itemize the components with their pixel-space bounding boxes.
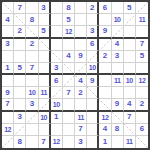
cell-r12c12[interactable] — [136, 136, 148, 148]
cell-r5c4[interactable] — [39, 51, 51, 63]
cell-r12c9[interactable]: 1 — [99, 136, 111, 148]
cell-r3c4[interactable]: 5 — [39, 26, 51, 38]
cell-r12c5[interactable]: 12 — [51, 136, 63, 148]
cell-r7c3[interactable] — [26, 75, 38, 87]
cell-r6c5[interactable]: 3 — [51, 63, 63, 75]
cell-r5c8[interactable] — [87, 51, 99, 63]
cell-r10c7[interactable]: 11 — [75, 112, 87, 124]
cell-r7c10[interactable]: 11 — [112, 75, 124, 87]
cell-r2c10[interactable]: 10 — [112, 14, 124, 26]
cell-r3c6[interactable]: 12 — [63, 26, 75, 38]
cell-r9c4[interactable] — [39, 99, 51, 111]
cell-r1c5[interactable] — [51, 2, 63, 14]
cell-r12c3[interactable] — [26, 136, 38, 148]
cell-r1c3[interactable] — [26, 2, 38, 14]
cell-r7c2[interactable] — [14, 75, 26, 87]
cell-r6c6[interactable] — [63, 63, 75, 75]
cell-r4c9[interactable] — [99, 39, 111, 51]
cell-r10c2[interactable]: 3 — [14, 112, 26, 124]
cell-r4c3[interactable]: 2 — [26, 39, 38, 51]
cell-r12c10[interactable] — [112, 136, 124, 148]
cell-r3c2[interactable]: 2 — [14, 26, 26, 38]
cell-r5c12[interactable]: 5 — [136, 51, 148, 63]
cell-r11c1[interactable]: 12 — [2, 124, 14, 136]
cell-r3c12[interactable] — [136, 26, 148, 38]
cell-r11c5[interactable] — [51, 124, 63, 136]
cell-r1c6[interactable]: 8 — [63, 2, 75, 14]
cell-r5c6[interactable]: 4 — [63, 51, 75, 63]
cell-r11c12[interactable]: 6 — [136, 124, 148, 136]
cell-r8c5[interactable] — [51, 87, 63, 99]
cell-r12c6[interactable] — [63, 136, 75, 148]
cell-r3c9[interactable]: 9 — [99, 26, 111, 38]
cell-r12c1[interactable] — [2, 136, 14, 148]
cell-r10c5[interactable]: 1 — [51, 112, 63, 124]
cell-r4c7[interactable] — [75, 39, 87, 51]
cell-r11c4[interactable] — [39, 124, 51, 136]
cell-r9c6[interactable] — [63, 99, 75, 111]
cell-r9c3[interactable]: 3 — [26, 99, 38, 111]
cell-r12c2[interactable]: 8 — [14, 136, 26, 148]
cell-r9c11[interactable]: 4 — [124, 99, 136, 111]
cell-r10c12[interactable] — [136, 112, 148, 124]
cell-r12c4[interactable]: 7 — [39, 136, 51, 148]
cell-r4c12[interactable]: 7 — [136, 39, 148, 51]
cell-r7c7[interactable]: 4 — [75, 75, 87, 87]
cell-r9c2[interactable] — [14, 99, 26, 111]
cell-r7c6[interactable] — [63, 75, 75, 87]
cell-r8c3[interactable]: 10 — [26, 87, 38, 99]
cell-r1c2[interactable]: 7 — [14, 2, 26, 14]
cell-r6c12[interactable] — [136, 63, 148, 75]
cell-r6c2[interactable]: 5 — [14, 63, 26, 75]
cell-r8c2[interactable] — [14, 87, 26, 99]
cell-r10c10[interactable] — [112, 112, 124, 124]
cell-r7c5[interactable]: 6 — [51, 75, 63, 87]
cell-r3c5[interactable] — [51, 26, 63, 38]
cell-r7c11[interactable]: 10 — [124, 75, 136, 87]
cell-r3c3[interactable] — [26, 26, 38, 38]
cell-r8c7[interactable]: 2 — [75, 87, 87, 99]
cell-r5c1[interactable] — [2, 51, 14, 63]
cell-r2c9[interactable] — [99, 14, 111, 26]
cell-r10c8[interactable] — [87, 112, 99, 124]
cell-r8c12[interactable] — [136, 87, 148, 99]
cell-r2c5[interactable] — [51, 14, 63, 26]
cell-r8c10[interactable] — [112, 87, 124, 99]
cell-r2c6[interactable]: 5 — [63, 14, 75, 26]
cell-r12c11[interactable]: 11 — [124, 136, 136, 148]
cell-r11c8[interactable] — [87, 124, 99, 136]
cell-r4c8[interactable]: 6 — [87, 39, 99, 51]
cell-r10c4[interactable]: 10 — [39, 112, 51, 124]
cell-r3c7[interactable] — [75, 26, 87, 38]
cell-r4c10[interactable]: 4 — [112, 39, 124, 51]
cell-r11c2[interactable] — [14, 124, 26, 136]
cell-r11c10[interactable]: 8 — [112, 124, 124, 136]
cell-r11c9[interactable]: 4 — [99, 124, 111, 136]
cell-r5c3[interactable] — [26, 51, 38, 63]
cell-r8c1[interactable]: 9 — [2, 87, 14, 99]
cell-r11c11[interactable] — [124, 124, 136, 136]
cell-r5c10[interactable]: 3 — [112, 51, 124, 63]
cell-r6c8[interactable]: 10 — [87, 63, 99, 75]
cell-r9c8[interactable] — [87, 99, 99, 111]
cell-r4c11[interactable] — [124, 39, 136, 51]
cell-r4c2[interactable] — [14, 39, 26, 51]
cell-r9c9[interactable] — [99, 99, 111, 111]
cell-r9c7[interactable] — [75, 99, 87, 111]
cell-r2c11[interactable] — [124, 14, 136, 26]
cell-r8c9[interactable] — [99, 87, 111, 99]
cell-r2c1[interactable]: 4 — [2, 14, 14, 26]
cell-r1c1[interactable] — [2, 2, 14, 14]
cell-r12c7[interactable]: 3 — [75, 136, 87, 148]
cell-r4c4[interactable] — [39, 39, 51, 51]
cell-r7c12[interactable]: 12 — [136, 75, 148, 87]
cell-r2c12[interactable]: 11 — [136, 14, 148, 26]
cell-r7c1[interactable] — [2, 75, 14, 87]
sudoku-grid: 7382654851011251239326474923515731064911… — [2, 2, 148, 148]
cell-r2c2[interactable] — [14, 14, 26, 26]
cell-r8c4[interactable]: 11 — [39, 87, 51, 99]
cell-r10c1[interactable] — [2, 112, 14, 124]
cell-r6c3[interactable]: 7 — [26, 63, 38, 75]
sudoku-board: 7382654851011251239326474923515731064911… — [0, 0, 150, 150]
cell-r6c10[interactable] — [112, 63, 124, 75]
cell-r9c1[interactable]: 7 — [2, 99, 14, 111]
cell-r8c6[interactable]: 7 — [63, 87, 75, 99]
cell-r3c10[interactable] — [112, 26, 124, 38]
cell-r5c9[interactable]: 2 — [99, 51, 111, 63]
cell-r1c7[interactable] — [75, 2, 87, 14]
cell-r2c8[interactable] — [87, 14, 99, 26]
cell-r3c1[interactable] — [2, 26, 14, 38]
cell-r1c4[interactable]: 3 — [39, 2, 51, 14]
cell-r7c8[interactable]: 9 — [87, 75, 99, 87]
cell-r2c7[interactable] — [75, 14, 87, 26]
cell-r10c3[interactable] — [26, 112, 38, 124]
cell-r5c7[interactable]: 9 — [75, 51, 87, 63]
cell-r9c5[interactable]: 10 — [51, 99, 63, 111]
cell-r4c1[interactable]: 3 — [2, 39, 14, 51]
cell-r11c3[interactable] — [26, 124, 38, 136]
cell-r1c10[interactable] — [112, 2, 124, 14]
cell-r5c2[interactable] — [14, 51, 26, 63]
cell-r7c9[interactable] — [99, 75, 111, 87]
cell-r6c11[interactable] — [124, 63, 136, 75]
cell-r5c5[interactable] — [51, 51, 63, 63]
cell-r1c11[interactable]: 5 — [124, 2, 136, 14]
cell-r1c9[interactable]: 6 — [99, 2, 111, 14]
cell-r6c1[interactable]: 1 — [2, 63, 14, 75]
cell-r10c6[interactable] — [63, 112, 75, 124]
cell-r11c7[interactable]: 7 — [75, 124, 87, 136]
cell-r10c11[interactable]: 7 — [124, 112, 136, 124]
cell-r6c4[interactable] — [39, 63, 51, 75]
cell-r1c8[interactable]: 2 — [87, 2, 99, 14]
cell-r4c5[interactable] — [51, 39, 63, 51]
cell-r3c8[interactable]: 3 — [87, 26, 99, 38]
cell-r9c12[interactable]: 2 — [136, 99, 148, 111]
cell-r12c8[interactable] — [87, 136, 99, 148]
cell-r9c10[interactable]: 9 — [112, 99, 124, 111]
cell-r8c8[interactable] — [87, 87, 99, 99]
cell-r5c11[interactable] — [124, 51, 136, 63]
cell-r6c9[interactable] — [99, 63, 111, 75]
cell-r7c4[interactable] — [39, 75, 51, 87]
cell-r6c7[interactable] — [75, 63, 87, 75]
cell-r8c11[interactable] — [124, 87, 136, 99]
cell-r4c6[interactable] — [63, 39, 75, 51]
cell-r10c9[interactable]: 12 — [99, 112, 111, 124]
cell-r1c12[interactable] — [136, 2, 148, 14]
cell-r11c6[interactable] — [63, 124, 75, 136]
cell-r2c4[interactable] — [39, 14, 51, 26]
cell-r2c3[interactable]: 8 — [26, 14, 38, 26]
cell-r3c11[interactable] — [124, 26, 136, 38]
